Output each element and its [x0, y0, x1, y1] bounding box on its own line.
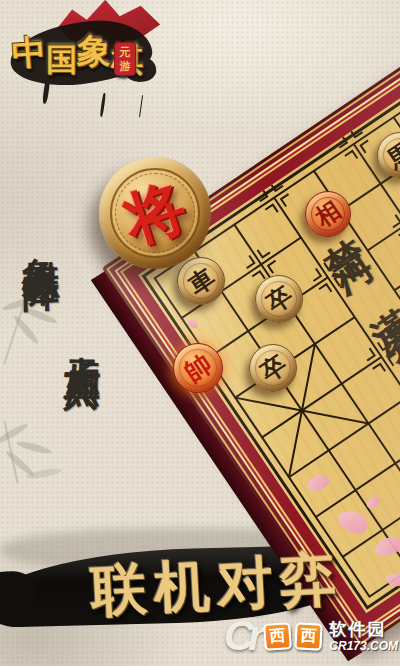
- xixi-tile-2: 西: [295, 622, 323, 650]
- slogan-column-2: 点子如点兵: [52, 326, 110, 546]
- general-glyph: 帥: [180, 350, 216, 386]
- promo-page: 象棋似布阵 点子如点兵: [0, 0, 400, 666]
- logo-char: 象: [76, 28, 112, 76]
- logo-char: 中: [10, 29, 47, 77]
- piece-grand-general: 将: [99, 157, 211, 269]
- piece-black-soldier-2: 卒: [249, 344, 297, 392]
- game-logo: 中国象棋 元游: [0, 0, 175, 105]
- soldier-glyph: 卒: [262, 282, 297, 317]
- piece-black-chariot: 車: [177, 257, 225, 305]
- grand-general-glyph: 将: [117, 175, 193, 251]
- elephant-glyph: 相: [311, 197, 344, 230]
- piece-black-soldier-1: 卒: [255, 275, 303, 323]
- piece-red-elephant: 相: [305, 191, 351, 237]
- site-watermark[interactable]: Cr 西 西 软件园 CR173.COM: [224, 612, 398, 660]
- piece-red-general: 帥: [173, 343, 223, 393]
- chariot-glyph: 車: [184, 264, 219, 299]
- logo-char: 国: [46, 39, 77, 81]
- soldier-glyph: 卒: [256, 351, 291, 386]
- site-domain: CR173.COM: [329, 640, 398, 652]
- publisher-seal: 元游: [114, 42, 136, 76]
- site-name: 软件园: [329, 621, 398, 638]
- cr-logo: Cr: [224, 612, 259, 660]
- horse-glyph: 馬: [383, 138, 400, 173]
- river-han-text: 漢界: [344, 274, 399, 323]
- xixi-tile-1: 西: [263, 622, 292, 651]
